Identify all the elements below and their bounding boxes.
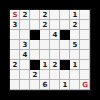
empty-cell[interactable]: [30, 10, 40, 20]
empty-cell[interactable]: [30, 20, 40, 30]
clue-cell[interactable]: 1: [70, 60, 80, 70]
empty-cell[interactable]: [80, 70, 90, 80]
clue-cell[interactable]: 2: [40, 20, 50, 30]
empty-cell[interactable]: [50, 50, 60, 60]
empty-cell[interactable]: [70, 50, 80, 60]
empty-cell[interactable]: [70, 70, 80, 80]
clue-cell[interactable]: 4: [20, 50, 30, 60]
empty-cell[interactable]: [50, 40, 60, 50]
clue-cell[interactable]: 3: [10, 20, 20, 30]
clue-cell[interactable]: 5: [70, 40, 80, 50]
empty-cell[interactable]: [20, 70, 30, 80]
puzzle-board: S22132243542121261G: [9, 9, 91, 91]
empty-cell[interactable]: [60, 10, 70, 20]
clue-cell[interactable]: 2: [30, 70, 40, 80]
clue-cell[interactable]: 4: [50, 30, 60, 40]
empty-cell[interactable]: [80, 30, 90, 40]
empty-cell[interactable]: [50, 10, 60, 20]
empty-cell[interactable]: [50, 70, 60, 80]
empty-cell[interactable]: [30, 80, 40, 90]
puzzle-canvas: S22132243542121261G: [0, 0, 100, 100]
empty-cell[interactable]: [40, 30, 50, 40]
empty-cell[interactable]: [20, 60, 30, 70]
clue-cell[interactable]: 3: [20, 40, 30, 50]
empty-cell[interactable]: [60, 40, 70, 50]
clue-cell[interactable]: 1: [60, 80, 70, 90]
clue-cell[interactable]: 2: [70, 20, 80, 30]
empty-cell[interactable]: [40, 50, 50, 60]
empty-cell[interactable]: [20, 80, 30, 90]
clue-cell[interactable]: 1: [40, 60, 50, 70]
clue-cell[interactable]: 2: [20, 10, 30, 20]
wall-cell[interactable]: [30, 60, 40, 70]
empty-cell[interactable]: [70, 30, 80, 40]
empty-cell[interactable]: [40, 70, 50, 80]
empty-cell[interactable]: [60, 50, 70, 60]
clue-cell[interactable]: 2: [40, 10, 50, 20]
wall-cell[interactable]: [60, 60, 70, 70]
empty-cell[interactable]: [10, 40, 20, 50]
empty-cell[interactable]: [30, 50, 40, 60]
empty-cell[interactable]: [80, 50, 90, 60]
clue-cell[interactable]: 2: [50, 60, 60, 70]
empty-cell[interactable]: [50, 20, 60, 30]
clue-cell[interactable]: 1: [70, 10, 80, 20]
empty-cell[interactable]: [80, 10, 90, 20]
empty-cell[interactable]: [80, 20, 90, 30]
empty-cell[interactable]: [60, 20, 70, 30]
empty-cell[interactable]: [10, 30, 20, 40]
empty-cell[interactable]: [30, 40, 40, 50]
empty-cell[interactable]: [60, 70, 70, 80]
clue-cell[interactable]: 2: [10, 60, 20, 70]
wall-cell[interactable]: [30, 30, 40, 40]
empty-cell[interactable]: [70, 80, 80, 90]
empty-cell[interactable]: [20, 20, 30, 30]
empty-cell[interactable]: [10, 70, 20, 80]
clue-cell[interactable]: 6: [40, 80, 50, 90]
empty-cell[interactable]: [80, 60, 90, 70]
wall-cell[interactable]: [60, 30, 70, 40]
start-cell[interactable]: S: [10, 10, 20, 20]
empty-cell[interactable]: [20, 30, 30, 40]
empty-cell[interactable]: [10, 80, 20, 90]
empty-cell[interactable]: [50, 80, 60, 90]
goal-cell[interactable]: G: [80, 80, 90, 90]
empty-cell[interactable]: [80, 40, 90, 50]
empty-cell[interactable]: [40, 40, 50, 50]
empty-cell[interactable]: [10, 50, 20, 60]
